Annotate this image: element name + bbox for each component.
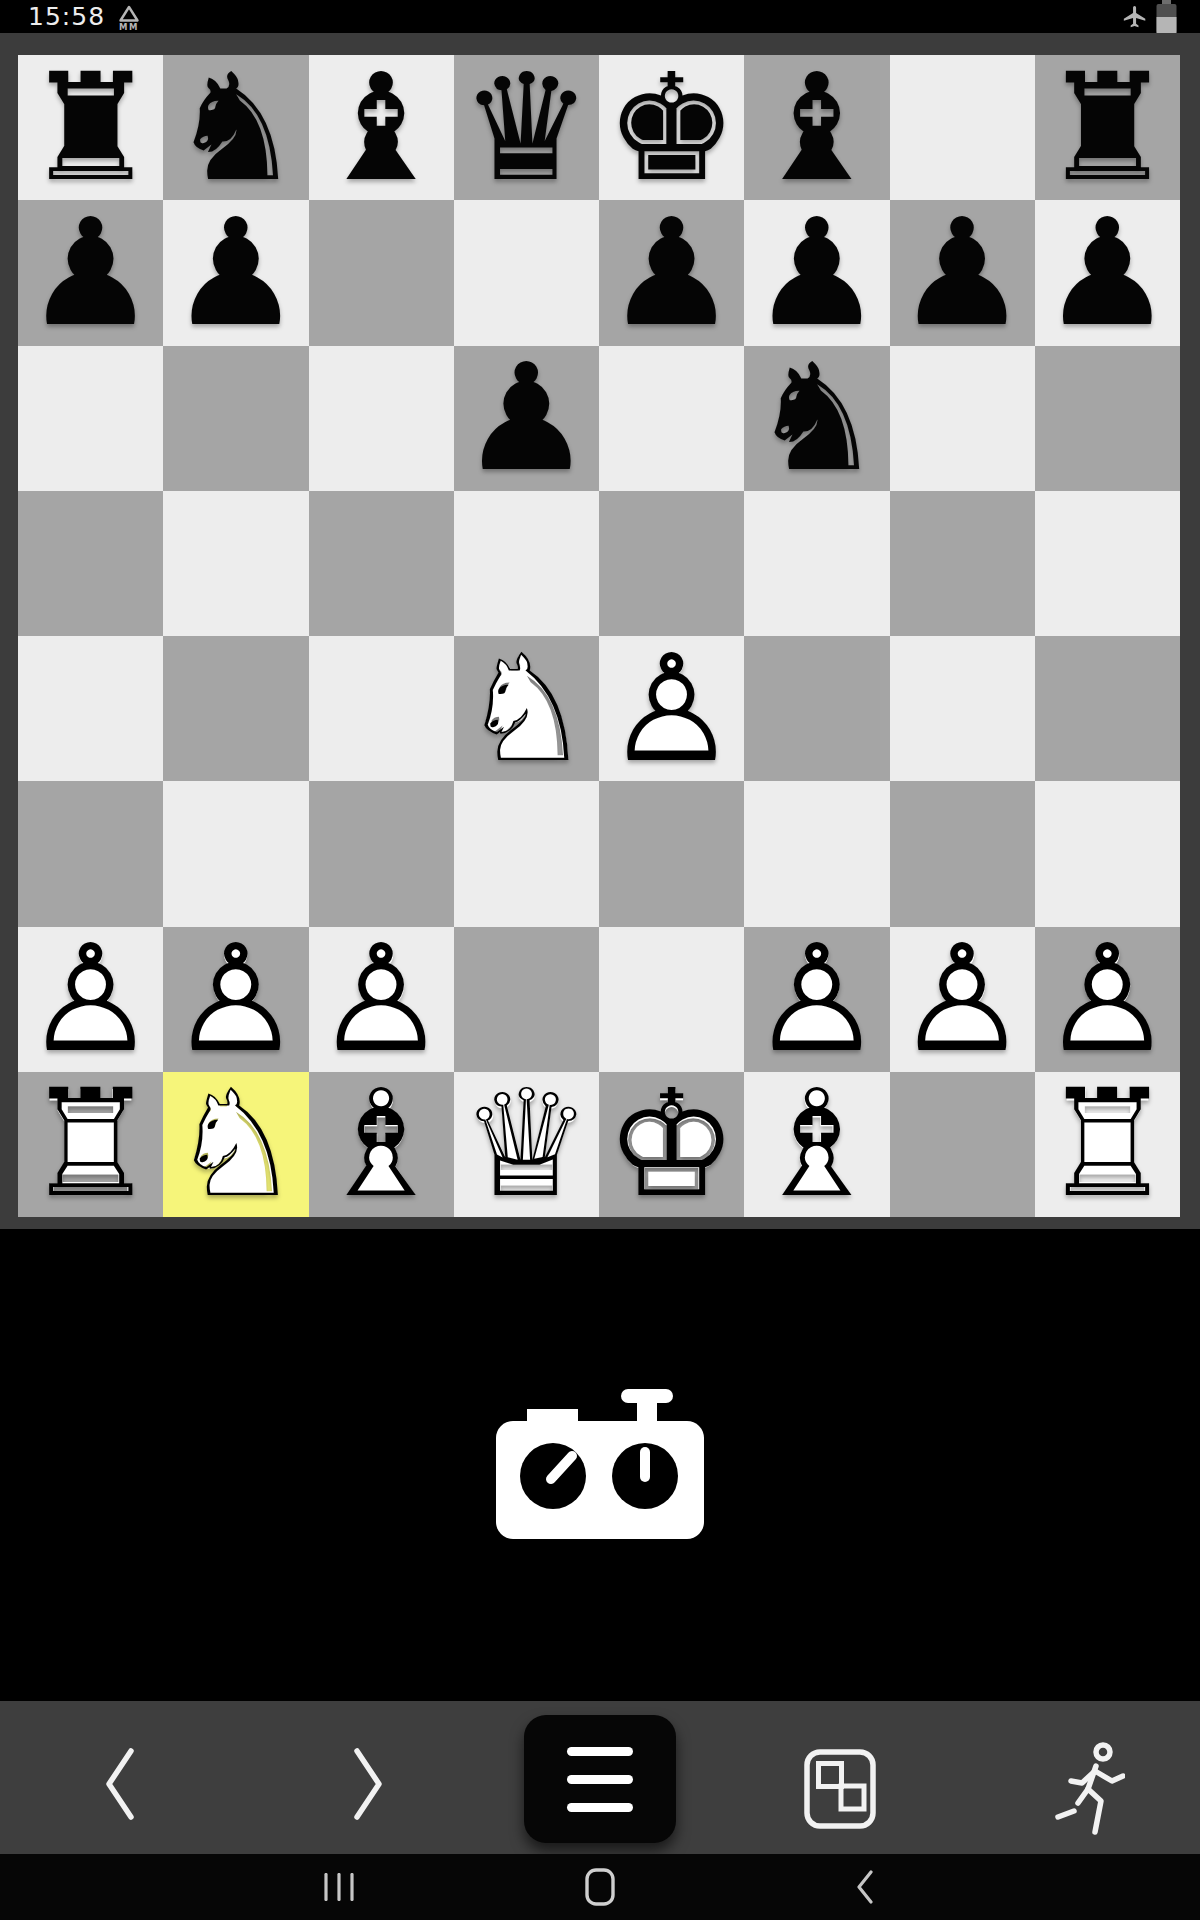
square-b2[interactable]: ♟♙ xyxy=(163,927,308,1072)
square-h6[interactable] xyxy=(1035,346,1180,491)
menu-button[interactable] xyxy=(524,1715,676,1843)
chevron-left-icon xyxy=(103,1747,137,1821)
square-d7[interactable] xyxy=(454,200,599,345)
piece-black-pawn: ♟ xyxy=(744,200,889,345)
square-d4[interactable]: ♞♘ xyxy=(454,636,599,781)
square-f6[interactable]: ♞ xyxy=(744,346,889,491)
board-frame: ♜♞♝♛♚♝♜♟♟♟♟♟♟♟♞♞♘♟♙♟♙♟♙♟♙♟♙♟♙♟♙♜♖♞♘♝♗♛♕♚… xyxy=(0,33,1200,1229)
piece-black-pawn: ♟ xyxy=(599,200,744,345)
piece-black-pawn: ♟ xyxy=(18,200,163,345)
square-c2[interactable]: ♟♙ xyxy=(309,927,454,1072)
square-g3[interactable] xyxy=(890,781,1035,926)
square-a8[interactable]: ♜ xyxy=(18,55,163,200)
piece-black-bishop: ♝ xyxy=(744,55,889,200)
square-b8[interactable]: ♞ xyxy=(163,55,308,200)
square-a2[interactable]: ♟♙ xyxy=(18,927,163,1072)
svg-text:MM: MM xyxy=(119,22,139,31)
piece-black-pawn: ♟ xyxy=(890,200,1035,345)
piece-white-knight: ♞♘ xyxy=(454,636,599,781)
recent-apps-button[interactable] xyxy=(323,1873,355,1901)
square-b1[interactable]: ♞♘ xyxy=(163,1072,308,1217)
square-d6[interactable]: ♟ xyxy=(454,346,599,491)
piece-white-king: ♚♔ xyxy=(599,1072,744,1217)
piece-black-knight: ♞ xyxy=(744,346,889,491)
piece-white-pawn: ♟♙ xyxy=(744,927,889,1072)
app-screen: 15:58 MM ♜♞♝♛♚♝♜♟♟♟♟♟♟♟♞♞♘♟♙♟♙♟♙♟♙♟♙♟♙♟♙… xyxy=(0,0,1200,1920)
square-f5[interactable] xyxy=(744,491,889,636)
square-f2[interactable]: ♟♙ xyxy=(744,927,889,1072)
square-b4[interactable] xyxy=(163,636,308,781)
hamburger-icon xyxy=(567,1747,633,1756)
clock-panel xyxy=(0,1229,1200,1701)
piece-white-bishop: ♝♗ xyxy=(309,1072,454,1217)
board-squares-icon xyxy=(803,1748,877,1830)
square-b6[interactable] xyxy=(163,346,308,491)
piece-black-pawn: ♟ xyxy=(1035,200,1180,345)
piece-black-rook: ♜ xyxy=(18,55,163,200)
square-h4[interactable] xyxy=(1035,636,1180,781)
next-move-button[interactable] xyxy=(351,1747,385,1821)
square-g6[interactable] xyxy=(890,346,1035,491)
square-f8[interactable]: ♝ xyxy=(744,55,889,200)
square-g5[interactable] xyxy=(890,491,1035,636)
square-c7[interactable] xyxy=(309,200,454,345)
piece-white-rook: ♜♖ xyxy=(1035,1072,1180,1217)
square-c6[interactable] xyxy=(309,346,454,491)
square-b5[interactable] xyxy=(163,491,308,636)
square-c4[interactable] xyxy=(309,636,454,781)
square-h7[interactable]: ♟ xyxy=(1035,200,1180,345)
square-e1[interactable]: ♚♔ xyxy=(599,1072,744,1217)
square-d8[interactable]: ♛ xyxy=(454,55,599,200)
piece-white-pawn: ♟♙ xyxy=(18,927,163,1072)
piece-white-pawn: ♟♙ xyxy=(309,927,454,1072)
piece-white-knight: ♞♘ xyxy=(163,1072,308,1217)
square-b7[interactable]: ♟ xyxy=(163,200,308,345)
square-g7[interactable]: ♟ xyxy=(890,200,1035,345)
mm-notification-icon: MM xyxy=(118,4,140,31)
piece-black-knight: ♞ xyxy=(163,55,308,200)
board-setup-button[interactable] xyxy=(803,1748,877,1830)
square-e3[interactable] xyxy=(599,781,744,926)
square-h8[interactable]: ♜ xyxy=(1035,55,1180,200)
piece-black-bishop: ♝ xyxy=(309,55,454,200)
piece-white-pawn: ♟♙ xyxy=(890,927,1035,1072)
android-back-button[interactable] xyxy=(855,1870,875,1904)
square-c3[interactable] xyxy=(309,781,454,926)
square-f4[interactable] xyxy=(744,636,889,781)
square-h2[interactable]: ♟♙ xyxy=(1035,927,1180,1072)
square-g4[interactable] xyxy=(890,636,1035,781)
square-d5[interactable] xyxy=(454,491,599,636)
piece-white-queen: ♛♕ xyxy=(454,1072,599,1217)
recents-bars-icon xyxy=(323,1873,355,1901)
status-time: 15:58 xyxy=(28,2,105,31)
previous-move-button[interactable] xyxy=(103,1747,137,1821)
square-e5[interactable] xyxy=(599,491,744,636)
piece-black-pawn: ♟ xyxy=(454,346,599,491)
back-chevron-icon xyxy=(855,1870,875,1904)
square-g1[interactable] xyxy=(890,1072,1035,1217)
piece-black-king: ♚ xyxy=(599,55,744,200)
piece-white-pawn: ♟♙ xyxy=(163,927,308,1072)
piece-black-queen: ♛ xyxy=(454,55,599,200)
status-right-icons xyxy=(1122,0,1178,35)
square-a7[interactable]: ♟ xyxy=(18,200,163,345)
square-f7[interactable]: ♟ xyxy=(744,200,889,345)
square-f1[interactable]: ♝♗ xyxy=(744,1072,889,1217)
square-c1[interactable]: ♝♗ xyxy=(309,1072,454,1217)
chevron-right-icon xyxy=(351,1747,385,1821)
square-h1[interactable]: ♜♖ xyxy=(1035,1072,1180,1217)
square-a1[interactable]: ♜♖ xyxy=(18,1072,163,1217)
square-a3[interactable] xyxy=(18,781,163,926)
square-b3[interactable] xyxy=(163,781,308,926)
square-a4[interactable] xyxy=(18,636,163,781)
square-a6[interactable] xyxy=(18,346,163,491)
square-h5[interactable] xyxy=(1035,491,1180,636)
square-e6[interactable] xyxy=(599,346,744,491)
play-engine-button[interactable] xyxy=(1049,1740,1125,1838)
piece-white-pawn: ♟♙ xyxy=(1035,927,1180,1072)
piece-black-rook: ♜ xyxy=(1035,55,1180,200)
square-e2[interactable] xyxy=(599,927,744,1072)
toolbar xyxy=(0,1701,1200,1854)
square-d1[interactable]: ♛♕ xyxy=(454,1072,599,1217)
piece-white-rook: ♜♖ xyxy=(18,1072,163,1217)
chess-clock-icon[interactable] xyxy=(494,1386,706,1544)
square-g8[interactable] xyxy=(890,55,1035,200)
square-d2[interactable] xyxy=(454,927,599,1072)
square-g2[interactable]: ♟♙ xyxy=(890,927,1035,1072)
chess-board: ♜♞♝♛♚♝♜♟♟♟♟♟♟♟♞♞♘♟♙♟♙♟♙♟♙♟♙♟♙♟♙♜♖♞♘♝♗♛♕♚… xyxy=(18,55,1180,1217)
airplane-mode-icon xyxy=(1122,4,1148,30)
square-f3[interactable] xyxy=(744,781,889,926)
square-e4[interactable]: ♟♙ xyxy=(599,636,744,781)
android-navbar xyxy=(0,1854,1200,1920)
piece-white-bishop: ♝♗ xyxy=(744,1072,889,1217)
square-d3[interactable] xyxy=(454,781,599,926)
square-c5[interactable] xyxy=(309,491,454,636)
square-a5[interactable] xyxy=(18,491,163,636)
runner-icon xyxy=(1049,1740,1125,1838)
piece-black-pawn: ♟ xyxy=(163,200,308,345)
home-button[interactable] xyxy=(585,1868,615,1906)
square-e8[interactable]: ♚ xyxy=(599,55,744,200)
status-bar: 15:58 MM xyxy=(0,0,1200,33)
home-outline-icon xyxy=(585,1868,615,1906)
square-h3[interactable] xyxy=(1035,781,1180,926)
piece-white-pawn: ♟♙ xyxy=(599,636,744,781)
battery-icon xyxy=(1155,0,1178,35)
square-e7[interactable]: ♟ xyxy=(599,200,744,345)
square-c8[interactable]: ♝ xyxy=(309,55,454,200)
